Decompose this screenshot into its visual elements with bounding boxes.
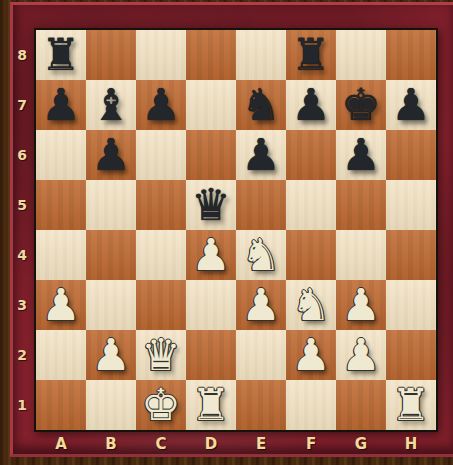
- square-g4[interactable]: [336, 230, 386, 280]
- piece-white-pawn-g3[interactable]: ♟: [336, 280, 386, 330]
- square-b6[interactable]: ♟: [86, 130, 136, 180]
- file-label-b: B: [86, 432, 136, 456]
- square-h6[interactable]: [386, 130, 436, 180]
- square-b4[interactable]: [86, 230, 136, 280]
- square-g6[interactable]: ♟: [336, 130, 386, 180]
- square-f2[interactable]: ♟: [286, 330, 336, 380]
- piece-white-rook-d1[interactable]: ♜: [186, 380, 236, 430]
- square-a5[interactable]: [36, 180, 86, 230]
- piece-white-pawn-g2[interactable]: ♟: [336, 330, 386, 380]
- square-f4[interactable]: [286, 230, 336, 280]
- square-b5[interactable]: [86, 180, 136, 230]
- square-a1[interactable]: [36, 380, 86, 430]
- square-d5[interactable]: ♛: [186, 180, 236, 230]
- square-b2[interactable]: ♟: [86, 330, 136, 380]
- square-e2[interactable]: [236, 330, 286, 380]
- square-e6[interactable]: ♟: [236, 130, 286, 180]
- rank-label-7: 7: [10, 80, 34, 130]
- square-e7[interactable]: ♞: [236, 80, 286, 130]
- square-e8[interactable]: [236, 30, 286, 80]
- square-a6[interactable]: [36, 130, 86, 180]
- square-g5[interactable]: [336, 180, 386, 230]
- square-d2[interactable]: [186, 330, 236, 380]
- square-f5[interactable]: [286, 180, 336, 230]
- square-c6[interactable]: [136, 130, 186, 180]
- square-f1[interactable]: [286, 380, 336, 430]
- square-b7[interactable]: ♝: [86, 80, 136, 130]
- piece-white-pawn-d4[interactable]: ♟: [186, 230, 236, 280]
- square-d8[interactable]: [186, 30, 236, 80]
- square-f3[interactable]: ♞: [286, 280, 336, 330]
- rank-label-2: 2: [10, 330, 34, 380]
- square-e3[interactable]: ♟: [236, 280, 286, 330]
- square-h4[interactable]: [386, 230, 436, 280]
- square-h8[interactable]: [386, 30, 436, 80]
- piece-black-bishop-b7[interactable]: ♝: [86, 80, 136, 130]
- piece-white-queen-c2[interactable]: ♛: [136, 330, 186, 380]
- piece-black-rook-a8[interactable]: ♜: [36, 30, 86, 80]
- square-c7[interactable]: ♟: [136, 80, 186, 130]
- square-h7[interactable]: ♟: [386, 80, 436, 130]
- piece-black-pawn-c7[interactable]: ♟: [136, 80, 186, 130]
- piece-black-pawn-e6[interactable]: ♟: [236, 130, 286, 180]
- square-c8[interactable]: [136, 30, 186, 80]
- piece-white-pawn-a3[interactable]: ♟: [36, 280, 86, 330]
- square-g1[interactable]: [336, 380, 386, 430]
- square-c1[interactable]: ♚: [136, 380, 186, 430]
- square-g8[interactable]: [336, 30, 386, 80]
- square-e5[interactable]: [236, 180, 286, 230]
- piece-black-knight-e7[interactable]: ♞: [236, 80, 286, 130]
- square-h2[interactable]: [386, 330, 436, 380]
- square-d3[interactable]: [186, 280, 236, 330]
- square-d1[interactable]: ♜: [186, 380, 236, 430]
- piece-black-pawn-a7[interactable]: ♟: [36, 80, 86, 130]
- square-c3[interactable]: [136, 280, 186, 330]
- square-a7[interactable]: ♟: [36, 80, 86, 130]
- square-c5[interactable]: [136, 180, 186, 230]
- square-f7[interactable]: ♟: [286, 80, 336, 130]
- piece-white-knight-f3[interactable]: ♞: [286, 280, 336, 330]
- piece-white-king-c1[interactable]: ♚: [136, 380, 186, 430]
- piece-white-rook-h1[interactable]: ♜: [386, 380, 436, 430]
- file-label-f: F: [286, 432, 336, 456]
- piece-white-pawn-e3[interactable]: ♟: [236, 280, 286, 330]
- piece-black-pawn-h7[interactable]: ♟: [386, 80, 436, 130]
- square-a4[interactable]: [36, 230, 86, 280]
- square-a2[interactable]: [36, 330, 86, 380]
- square-d7[interactable]: [186, 80, 236, 130]
- piece-black-rook-f8[interactable]: ♜: [286, 30, 336, 80]
- piece-black-pawn-f7[interactable]: ♟: [286, 80, 336, 130]
- file-label-a: A: [36, 432, 86, 456]
- square-g7[interactable]: ♚: [336, 80, 386, 130]
- piece-black-queen-d5[interactable]: ♛: [186, 180, 236, 230]
- file-label-e: E: [236, 432, 286, 456]
- square-b1[interactable]: [86, 380, 136, 430]
- chessboard[interactable]: ♜♜♟♝♟♞♟♚♟♟♟♟♛♟♞♟♟♞♟♟♛♟♟♚♜♜: [34, 28, 438, 432]
- square-d6[interactable]: [186, 130, 236, 180]
- rank-label-6: 6: [10, 130, 34, 180]
- square-c4[interactable]: [136, 230, 186, 280]
- square-g3[interactable]: ♟: [336, 280, 386, 330]
- square-d4[interactable]: ♟: [186, 230, 236, 280]
- square-a8[interactable]: ♜: [36, 30, 86, 80]
- piece-black-pawn-b6[interactable]: ♟: [86, 130, 136, 180]
- square-h5[interactable]: [386, 180, 436, 230]
- rank-label-5: 5: [10, 180, 34, 230]
- chess-diagram: ♜♜♟♝♟♞♟♚♟♟♟♟♛♟♞♟♟♞♟♟♛♟♟♚♜♜ 87654321ABCDE…: [0, 0, 453, 465]
- rank-label-8: 8: [10, 30, 34, 80]
- square-e4[interactable]: ♞: [236, 230, 286, 280]
- piece-black-pawn-g6[interactable]: ♟: [336, 130, 386, 180]
- square-b3[interactable]: [86, 280, 136, 330]
- file-label-g: G: [336, 432, 386, 456]
- square-h3[interactable]: [386, 280, 436, 330]
- piece-white-pawn-f2[interactable]: ♟: [286, 330, 336, 380]
- piece-black-king-g7[interactable]: ♚: [336, 80, 386, 130]
- square-b8[interactable]: [86, 30, 136, 80]
- rank-label-1: 1: [10, 380, 34, 430]
- file-label-c: C: [136, 432, 186, 456]
- square-a3[interactable]: ♟: [36, 280, 86, 330]
- square-g2[interactable]: ♟: [336, 330, 386, 380]
- rank-label-4: 4: [10, 230, 34, 280]
- piece-white-knight-e4[interactable]: ♞: [236, 230, 286, 280]
- square-f6[interactable]: [286, 130, 336, 180]
- rank-label-3: 3: [10, 280, 34, 330]
- square-e1[interactable]: [236, 380, 286, 430]
- square-c2[interactable]: ♛: [136, 330, 186, 380]
- piece-white-pawn-b2[interactable]: ♟: [86, 330, 136, 380]
- file-label-d: D: [186, 432, 236, 456]
- file-label-h: H: [386, 432, 436, 456]
- square-f8[interactable]: ♜: [286, 30, 336, 80]
- square-h1[interactable]: ♜: [386, 380, 436, 430]
